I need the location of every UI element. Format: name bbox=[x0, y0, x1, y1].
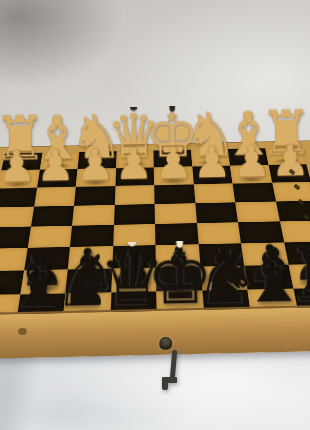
square-row3-col6 bbox=[193, 184, 235, 204]
box-front-edge bbox=[0, 305, 310, 358]
square-row2-col8: ♟ bbox=[268, 164, 310, 183]
piece-white-pawn: ♟ bbox=[193, 140, 233, 184]
white-queen-finial-icon bbox=[130, 102, 138, 110]
square-row2-col5: ♟ bbox=[154, 167, 194, 186]
square-row2-col4: ♟ bbox=[115, 167, 154, 186]
piece-black-rook: ♜ bbox=[286, 237, 310, 313]
square-row3-col8 bbox=[272, 182, 310, 202]
square-row4-col4 bbox=[114, 204, 155, 225]
chessboard: ♜♝♞♛♚♞♝♜♟♟♟♟♟♟♟♟♟♟♟♟♟♟♟♟♜♝♞♛♚♞♝♜ bbox=[0, 141, 310, 333]
square-row2-col7: ♟ bbox=[230, 165, 272, 184]
square-row3-col4 bbox=[114, 185, 154, 205]
piece-white-pawn: ♟ bbox=[271, 138, 310, 182]
photo-canvas: { "game": "chess", "position": { "fen": … bbox=[0, 0, 310, 430]
white-king-finial-icon bbox=[169, 101, 175, 111]
black-king-finial-icon bbox=[175, 235, 182, 248]
black-queen-finial-icon bbox=[127, 236, 136, 246]
key-nub bbox=[162, 381, 168, 390]
square-row4-col5 bbox=[155, 203, 197, 224]
piece-white-pawn: ♟ bbox=[75, 142, 115, 186]
piece-white-pawn: ♟ bbox=[153, 140, 193, 184]
square-row3-col7 bbox=[233, 183, 276, 203]
square-row2-col6: ♟ bbox=[192, 166, 233, 185]
square-row2-col1: ♟ bbox=[0, 170, 39, 189]
square-row4-col1 bbox=[0, 207, 34, 228]
square-row4-col3 bbox=[72, 205, 114, 226]
square-row4-col6 bbox=[195, 202, 238, 223]
square-row3-col3 bbox=[74, 186, 115, 206]
piece-white-pawn: ♟ bbox=[0, 144, 37, 188]
square-row3-col2 bbox=[34, 187, 76, 207]
square-row3-col5 bbox=[154, 184, 195, 204]
square-row4-col2 bbox=[31, 206, 74, 227]
keyhole bbox=[159, 337, 172, 350]
key-shaft bbox=[170, 350, 178, 380]
square-row3-col1 bbox=[0, 188, 37, 208]
piece-white-pawn: ♟ bbox=[232, 139, 272, 183]
stamp-mark bbox=[18, 328, 27, 335]
piece-white-pawn: ♟ bbox=[114, 141, 154, 185]
piece-white-pawn: ♟ bbox=[36, 143, 76, 187]
square-row4-col7 bbox=[235, 202, 279, 223]
square-row2-col2: ♟ bbox=[37, 169, 78, 188]
square-row2-col3: ♟ bbox=[76, 168, 116, 187]
key bbox=[162, 350, 186, 396]
